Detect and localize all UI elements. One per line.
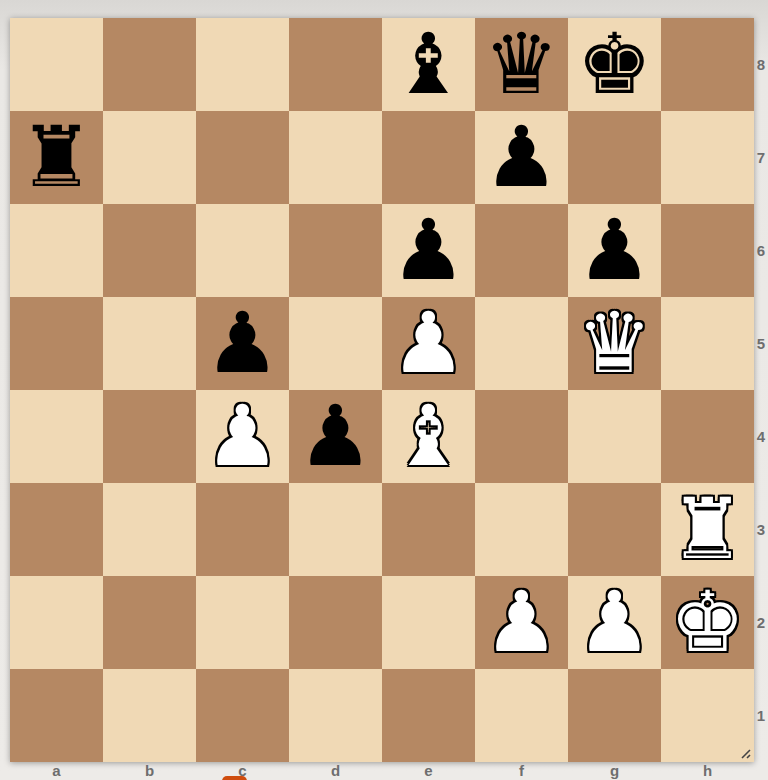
file-label-d: d [289, 761, 382, 780]
rank-label-8: 8 [754, 18, 768, 111]
square-f4[interactable] [475, 390, 568, 483]
piece-black-pawn[interactable]: ♟ [205, 297, 280, 390]
piece-white-bishop[interactable]: ♝ [391, 390, 466, 483]
piece-black-bishop[interactable]: ♝ [391, 18, 466, 111]
square-h4[interactable] [661, 390, 754, 483]
page: ♝♛♚♜♟♟♟♟♟♛♟♟♝♜♟♟♚ 87654321 abcdefgh [0, 0, 768, 780]
square-d1[interactable] [289, 669, 382, 762]
piece-black-queen[interactable]: ♛ [484, 18, 559, 111]
piece-white-rook[interactable]: ♜ [670, 483, 745, 576]
piece-white-pawn[interactable]: ♟ [205, 390, 280, 483]
square-c7[interactable] [196, 111, 289, 204]
square-c5[interactable]: ♟ [196, 297, 289, 390]
square-c6[interactable] [196, 204, 289, 297]
resize-handle-icon[interactable] [737, 745, 752, 760]
piece-white-king[interactable]: ♚ [670, 576, 745, 669]
square-g5[interactable]: ♛ [568, 297, 661, 390]
square-f3[interactable] [475, 483, 568, 576]
square-e5[interactable]: ♟ [382, 297, 475, 390]
rank-label-7: 7 [754, 111, 768, 204]
square-a7[interactable]: ♜ [10, 111, 103, 204]
rank-label-5: 5 [754, 297, 768, 390]
square-d4[interactable]: ♟ [289, 390, 382, 483]
square-d6[interactable] [289, 204, 382, 297]
dock-icon-partial[interactable] [222, 776, 247, 780]
square-d7[interactable] [289, 111, 382, 204]
square-d5[interactable] [289, 297, 382, 390]
square-h8[interactable] [661, 18, 754, 111]
square-b1[interactable] [103, 669, 196, 762]
rank-label-2: 2 [754, 576, 768, 669]
square-b2[interactable] [103, 576, 196, 669]
square-f1[interactable] [475, 669, 568, 762]
rank-label-3: 3 [754, 483, 768, 576]
piece-white-pawn[interactable]: ♟ [484, 576, 559, 669]
piece-black-pawn[interactable]: ♟ [391, 204, 466, 297]
file-label-b: b [103, 761, 196, 780]
square-h7[interactable] [661, 111, 754, 204]
square-f6[interactable] [475, 204, 568, 297]
square-g3[interactable] [568, 483, 661, 576]
piece-white-pawn[interactable]: ♟ [391, 297, 466, 390]
square-a1[interactable] [10, 669, 103, 762]
square-f5[interactable] [475, 297, 568, 390]
square-a4[interactable] [10, 390, 103, 483]
square-f8[interactable]: ♛ [475, 18, 568, 111]
rank-label-1: 1 [754, 669, 768, 762]
square-h6[interactable] [661, 204, 754, 297]
square-e8[interactable]: ♝ [382, 18, 475, 111]
square-e2[interactable] [382, 576, 475, 669]
square-b4[interactable] [103, 390, 196, 483]
square-f2[interactable]: ♟ [475, 576, 568, 669]
square-d3[interactable] [289, 483, 382, 576]
square-e3[interactable] [382, 483, 475, 576]
square-g7[interactable] [568, 111, 661, 204]
rank-label-6: 6 [754, 204, 768, 297]
square-a6[interactable] [10, 204, 103, 297]
square-h2[interactable]: ♚ [661, 576, 754, 669]
square-g8[interactable]: ♚ [568, 18, 661, 111]
piece-black-pawn[interactable]: ♟ [298, 390, 373, 483]
rank-label-4: 4 [754, 390, 768, 483]
square-b8[interactable] [103, 18, 196, 111]
square-c8[interactable] [196, 18, 289, 111]
piece-black-rook[interactable]: ♜ [19, 111, 94, 204]
square-b7[interactable] [103, 111, 196, 204]
square-a5[interactable] [10, 297, 103, 390]
square-h5[interactable] [661, 297, 754, 390]
square-e7[interactable] [382, 111, 475, 204]
file-label-f: f [475, 761, 568, 780]
square-e4[interactable]: ♝ [382, 390, 475, 483]
square-a8[interactable] [10, 18, 103, 111]
square-b5[interactable] [103, 297, 196, 390]
piece-black-king[interactable]: ♚ [577, 18, 652, 111]
file-labels: abcdefgh [10, 761, 754, 780]
square-f7[interactable]: ♟ [475, 111, 568, 204]
board: ♝♛♚♜♟♟♟♟♟♛♟♟♝♜♟♟♚ [10, 18, 754, 762]
square-d2[interactable] [289, 576, 382, 669]
file-label-g: g [568, 761, 661, 780]
square-g6[interactable]: ♟ [568, 204, 661, 297]
square-c1[interactable] [196, 669, 289, 762]
square-a3[interactable] [10, 483, 103, 576]
square-c2[interactable] [196, 576, 289, 669]
piece-black-pawn[interactable]: ♟ [577, 204, 652, 297]
square-g2[interactable]: ♟ [568, 576, 661, 669]
piece-white-pawn[interactable]: ♟ [577, 576, 652, 669]
square-a2[interactable] [10, 576, 103, 669]
square-b3[interactable] [103, 483, 196, 576]
square-c4[interactable]: ♟ [196, 390, 289, 483]
square-b6[interactable] [103, 204, 196, 297]
square-g4[interactable] [568, 390, 661, 483]
square-c3[interactable] [196, 483, 289, 576]
piece-black-pawn[interactable]: ♟ [484, 111, 559, 204]
square-g1[interactable] [568, 669, 661, 762]
file-label-a: a [10, 761, 103, 780]
rank-labels: 87654321 [754, 18, 768, 762]
square-e6[interactable]: ♟ [382, 204, 475, 297]
piece-white-queen[interactable]: ♛ [577, 297, 652, 390]
square-h3[interactable]: ♜ [661, 483, 754, 576]
file-label-h: h [661, 761, 754, 780]
square-d8[interactable] [289, 18, 382, 111]
square-e1[interactable] [382, 669, 475, 762]
file-label-e: e [382, 761, 475, 780]
